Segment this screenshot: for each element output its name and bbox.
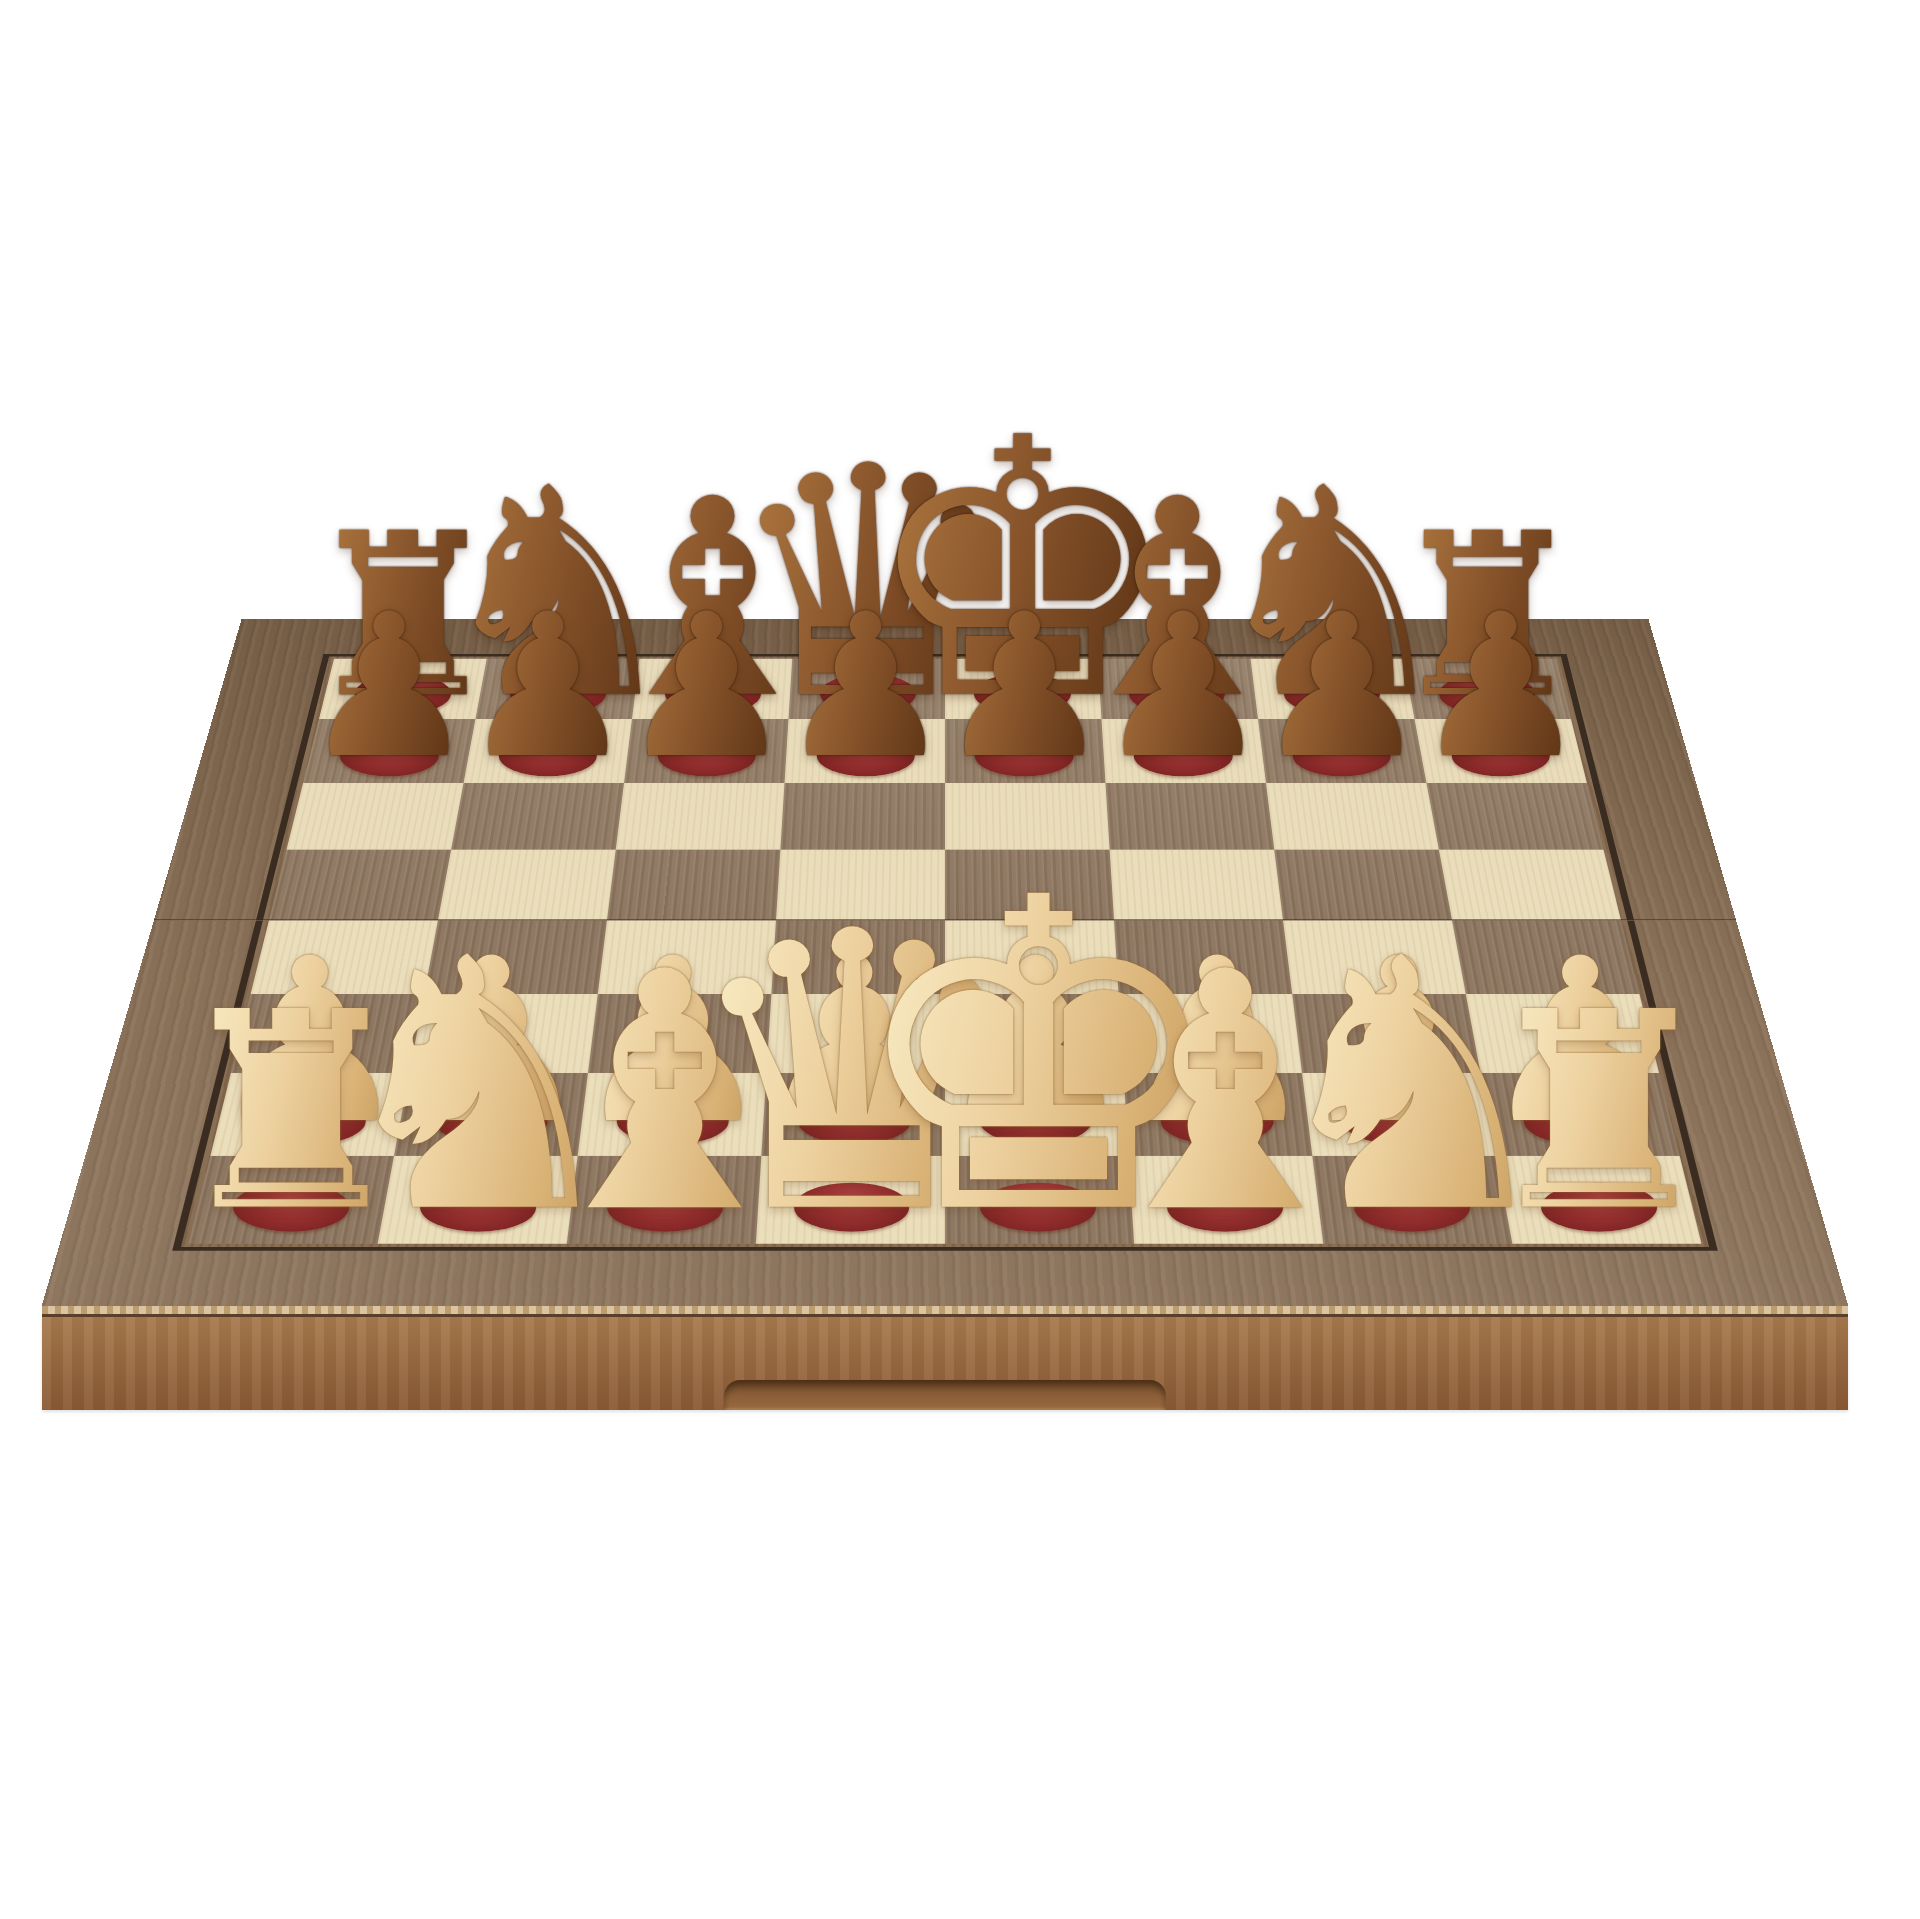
piece-black-pawn-h7[interactable]: ♟ — [1412, 588, 1590, 786]
piece-black-pawn-g7[interactable]: ♟ — [1253, 588, 1431, 786]
piece-black-pawn-d7[interactable]: ♟ — [777, 588, 955, 786]
piece-white-rook-h1[interactable]: ♜ — [1477, 977, 1721, 1249]
piece-black-pawn-f7[interactable]: ♟ — [1094, 588, 1272, 786]
piece-black-pawn-e7[interactable]: ♟ — [935, 588, 1113, 786]
front-face — [42, 1317, 1848, 1410]
piece-black-pawn-b7[interactable]: ♟ — [459, 588, 637, 786]
piece-black-pawn-a7[interactable]: ♟ — [300, 588, 478, 786]
piece-black-pawn-c7[interactable]: ♟ — [618, 588, 796, 786]
chess-product-photo: ♜♞♝♛♚♝♞♜♟♟♟♟♟♟♟♟♟♟♟♟♟♟♟♟♜♞♝♛♚♝♞♜ — [0, 0, 1920, 1919]
board-front-edge — [42, 1306, 1848, 1410]
handle-notch — [724, 1380, 1166, 1410]
